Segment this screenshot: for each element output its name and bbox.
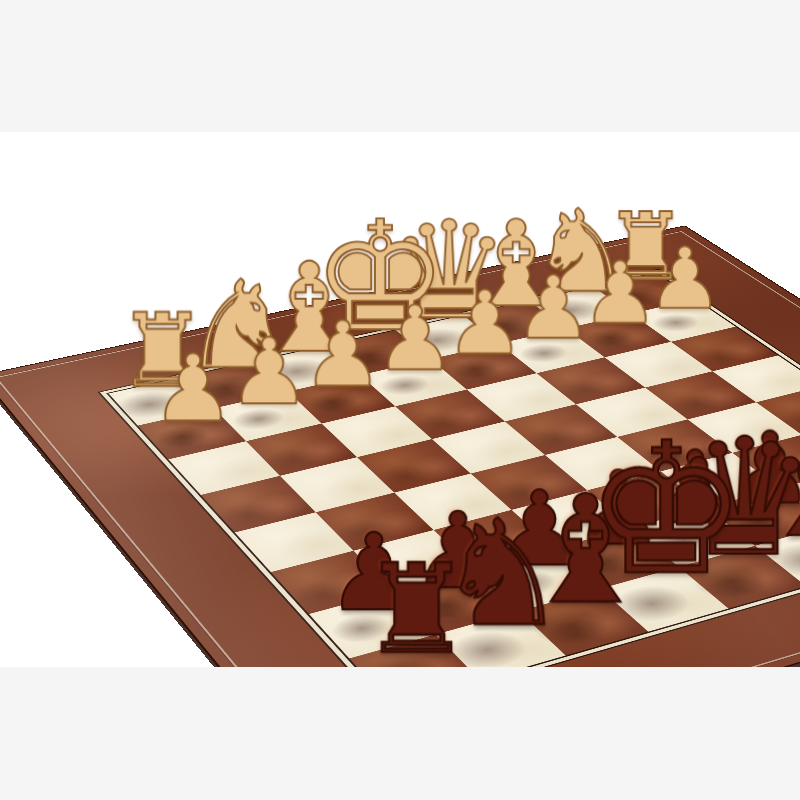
- bottom-gray-band: [0, 667, 800, 800]
- product-photo: ♜♞♝♛♚♝♞♜♟♟♟♟♟♟♟♟♟♟♟♟♟♟♟♟♜♞♝♛♚♝♞♜: [0, 0, 800, 800]
- red-rook: ♜: [265, 548, 567, 671]
- top-gray-band: [0, 0, 800, 132]
